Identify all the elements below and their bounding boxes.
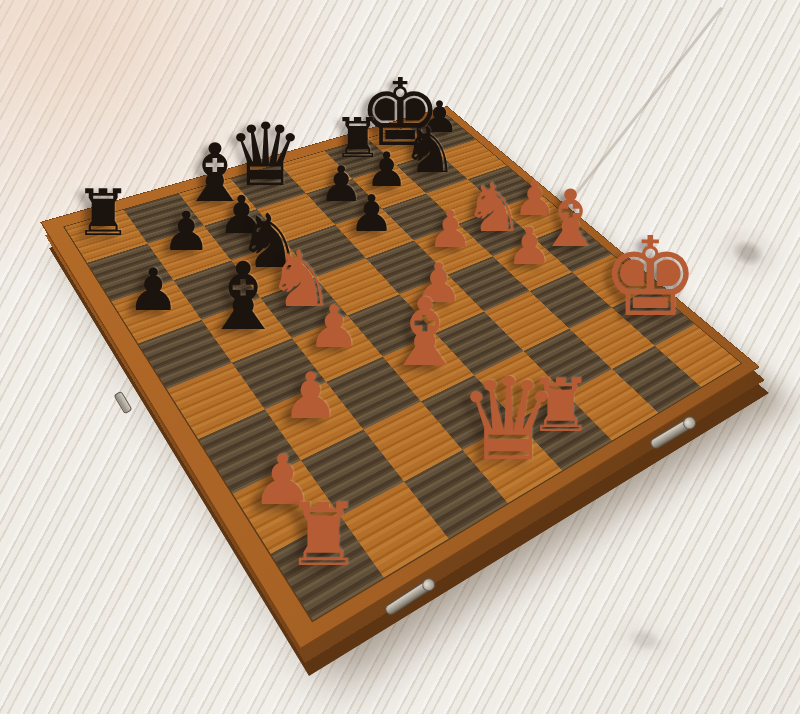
plank-seam	[560, 7, 722, 214]
wood-knot-icon	[676, 190, 800, 316]
photo-scene: ♜♝♛♜♚♟♟♟♟♟♞♟♞♟♝♞♟♞♟♟♟♟♝♟♝♟♚♜♛♜	[0, 0, 800, 714]
wood-knot-icon	[572, 585, 718, 696]
